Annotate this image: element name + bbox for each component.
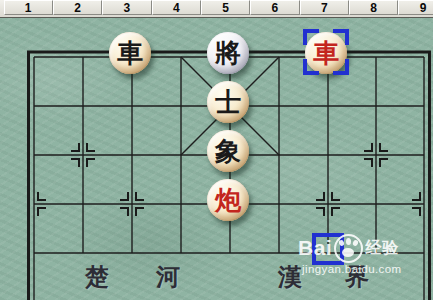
piece-red-chariot-file7-selected[interactable]: 車 [305, 32, 347, 74]
ruler-cell-2: 2 [53, 0, 102, 15]
file-coordinate-ruler: 1 2 3 4 5 6 7 8 9 [0, 0, 433, 18]
xiangqi-app-window: 1 2 3 4 5 6 7 8 9 [0, 0, 433, 300]
ruler-cell-4: 4 [152, 0, 201, 15]
piece-black-elephant-file5[interactable]: 象 [207, 130, 249, 172]
river-label-chu: 楚 [80, 263, 114, 291]
ruler-cell-9: 9 [398, 0, 433, 15]
ruler-cell-1: 1 [4, 0, 53, 15]
ruler-cell-8: 8 [349, 0, 398, 15]
ruler-cell-3: 3 [102, 0, 151, 15]
river-label-he: 河 [151, 263, 185, 291]
ruler-cell-6: 6 [250, 0, 299, 15]
river-label-jie: 界 [340, 263, 374, 291]
piece-red-cannon-file5[interactable]: 炮 [207, 179, 249, 221]
river-label-han: 漢 [273, 263, 307, 291]
piece-black-advisor-file5[interactable]: 士 [207, 81, 249, 123]
ruler-cell-5: 5 [201, 0, 250, 15]
piece-black-general-file5[interactable]: 將 [207, 32, 249, 74]
piece-black-chariot-file3[interactable]: 車 [109, 32, 151, 74]
ruler-cell-7: 7 [300, 0, 349, 15]
